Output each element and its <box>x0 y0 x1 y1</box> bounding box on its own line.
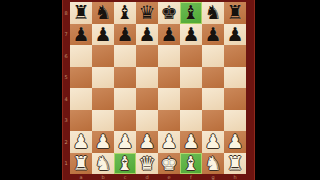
square-g2[interactable]: ♟ <box>202 131 224 153</box>
file-label-b: b <box>92 174 114 180</box>
square-g4[interactable] <box>202 88 224 110</box>
piece-white-knight: ♞ <box>94 152 111 174</box>
square-c2[interactable]: ♟ <box>114 131 136 153</box>
square-c8[interactable]: ♝ <box>114 2 136 24</box>
file-label-a: a <box>70 174 92 180</box>
file-label-g: g <box>202 174 224 180</box>
square-h1[interactable]: ♜ <box>224 153 246 175</box>
piece-white-queen: ♛ <box>138 152 155 174</box>
square-f1[interactable]: ♝ <box>180 153 202 175</box>
square-a6[interactable] <box>70 45 92 67</box>
square-h5[interactable] <box>224 67 246 89</box>
piece-white-pawn: ♟ <box>160 131 177 153</box>
piece-black-knight: ♞ <box>204 2 221 24</box>
square-f2[interactable]: ♟ <box>180 131 202 153</box>
rank-label-5: 5 <box>62 67 70 89</box>
piece-black-pawn: ♟ <box>138 23 155 45</box>
file-label-e: e <box>158 174 180 180</box>
square-d6[interactable] <box>136 45 158 67</box>
square-f8[interactable]: ♝ <box>180 2 202 24</box>
square-g6[interactable] <box>202 45 224 67</box>
rank-label-7: 7 <box>62 24 70 46</box>
square-f7[interactable]: ♟ <box>180 24 202 46</box>
square-d2[interactable]: ♟ <box>136 131 158 153</box>
rank-label-1: 1 <box>62 153 70 175</box>
square-e2[interactable]: ♟ <box>158 131 180 153</box>
rank-label-8: 8 <box>62 2 70 24</box>
square-d7[interactable]: ♟ <box>136 24 158 46</box>
square-h8[interactable]: ♜ <box>224 2 246 24</box>
rank-labels: 87654321 <box>62 2 70 174</box>
square-e7[interactable]: ♟ <box>158 24 180 46</box>
piece-black-pawn: ♟ <box>204 23 221 45</box>
file-label-f: f <box>180 174 202 180</box>
piece-white-knight: ♞ <box>204 152 221 174</box>
piece-black-knight: ♞ <box>94 2 111 24</box>
piece-white-bishop: ♝ <box>182 152 199 174</box>
piece-white-bishop: ♝ <box>116 152 133 174</box>
piece-white-pawn: ♟ <box>182 131 199 153</box>
square-b8[interactable]: ♞ <box>92 2 114 24</box>
rank-label-4: 4 <box>62 88 70 110</box>
piece-white-pawn: ♟ <box>72 131 89 153</box>
piece-white-pawn: ♟ <box>204 131 221 153</box>
square-b3[interactable] <box>92 110 114 132</box>
chess-board: ♜♞♝♛♚♝♞♜♟♟♟♟♟♟♟♟♟♟♟♟♟♟♟♟♜♞♝♛♚♝♞♜ <box>70 2 246 174</box>
piece-black-bishop: ♝ <box>116 2 133 24</box>
piece-black-rook: ♜ <box>226 2 243 24</box>
square-a5[interactable] <box>70 67 92 89</box>
square-b5[interactable] <box>92 67 114 89</box>
square-g8[interactable]: ♞ <box>202 2 224 24</box>
piece-black-king: ♚ <box>160 2 177 24</box>
file-label-d: d <box>136 174 158 180</box>
file-label-h: h <box>224 174 246 180</box>
square-b6[interactable] <box>92 45 114 67</box>
square-a8[interactable]: ♜ <box>70 2 92 24</box>
rank-label-2: 2 <box>62 131 70 153</box>
square-e8[interactable]: ♚ <box>158 2 180 24</box>
square-h2[interactable]: ♟ <box>224 131 246 153</box>
square-b7[interactable]: ♟ <box>92 24 114 46</box>
piece-black-pawn: ♟ <box>116 23 133 45</box>
square-d5[interactable] <box>136 67 158 89</box>
piece-black-pawn: ♟ <box>182 23 199 45</box>
piece-black-queen: ♛ <box>138 2 155 24</box>
square-c1[interactable]: ♝ <box>114 153 136 175</box>
square-e5[interactable] <box>158 67 180 89</box>
square-c6[interactable] <box>114 45 136 67</box>
square-d8[interactable]: ♛ <box>136 2 158 24</box>
square-g5[interactable] <box>202 67 224 89</box>
square-a4[interactable] <box>70 88 92 110</box>
file-label-c: c <box>114 174 136 180</box>
piece-black-pawn: ♟ <box>72 23 89 45</box>
square-g1[interactable]: ♞ <box>202 153 224 175</box>
piece-white-pawn: ♟ <box>94 131 111 153</box>
square-h3[interactable] <box>224 110 246 132</box>
square-f5[interactable] <box>180 67 202 89</box>
rank-label-3: 3 <box>62 110 70 132</box>
piece-black-pawn: ♟ <box>160 23 177 45</box>
piece-white-rook: ♜ <box>226 152 243 174</box>
square-d1[interactable]: ♛ <box>136 153 158 175</box>
square-h4[interactable] <box>224 88 246 110</box>
square-a7[interactable]: ♟ <box>70 24 92 46</box>
piece-white-pawn: ♟ <box>226 131 243 153</box>
square-e6[interactable] <box>158 45 180 67</box>
file-labels: abcdefgh <box>70 174 246 180</box>
square-f4[interactable] <box>180 88 202 110</box>
square-b2[interactable]: ♟ <box>92 131 114 153</box>
piece-white-pawn: ♟ <box>116 131 133 153</box>
square-c4[interactable] <box>114 88 136 110</box>
square-b4[interactable] <box>92 88 114 110</box>
square-f6[interactable] <box>180 45 202 67</box>
square-b1[interactable]: ♞ <box>92 153 114 175</box>
rank-label-6: 6 <box>62 45 70 67</box>
square-h6[interactable] <box>224 45 246 67</box>
piece-black-pawn: ♟ <box>226 23 243 45</box>
square-a2[interactable]: ♟ <box>70 131 92 153</box>
square-h7[interactable]: ♟ <box>224 24 246 46</box>
square-d3[interactable] <box>136 110 158 132</box>
piece-white-king: ♚ <box>160 152 177 174</box>
piece-black-rook: ♜ <box>72 2 89 24</box>
square-e4[interactable] <box>158 88 180 110</box>
square-e1[interactable]: ♚ <box>158 153 180 175</box>
video-frame: 87654321 abcdefgh ♜♞♝♛♚♝♞♜♟♟♟♟♟♟♟♟♟♟♟♟♟♟… <box>0 0 320 180</box>
square-c3[interactable] <box>114 110 136 132</box>
square-a1[interactable]: ♜ <box>70 153 92 175</box>
square-c7[interactable]: ♟ <box>114 24 136 46</box>
piece-white-rook: ♜ <box>72 152 89 174</box>
piece-black-bishop: ♝ <box>182 2 199 24</box>
square-a3[interactable] <box>70 110 92 132</box>
piece-black-pawn: ♟ <box>94 23 111 45</box>
piece-white-pawn: ♟ <box>138 131 155 153</box>
square-c5[interactable] <box>114 67 136 89</box>
square-g7[interactable]: ♟ <box>202 24 224 46</box>
square-d4[interactable] <box>136 88 158 110</box>
square-f3[interactable] <box>180 110 202 132</box>
square-e3[interactable] <box>158 110 180 132</box>
square-g3[interactable] <box>202 110 224 132</box>
